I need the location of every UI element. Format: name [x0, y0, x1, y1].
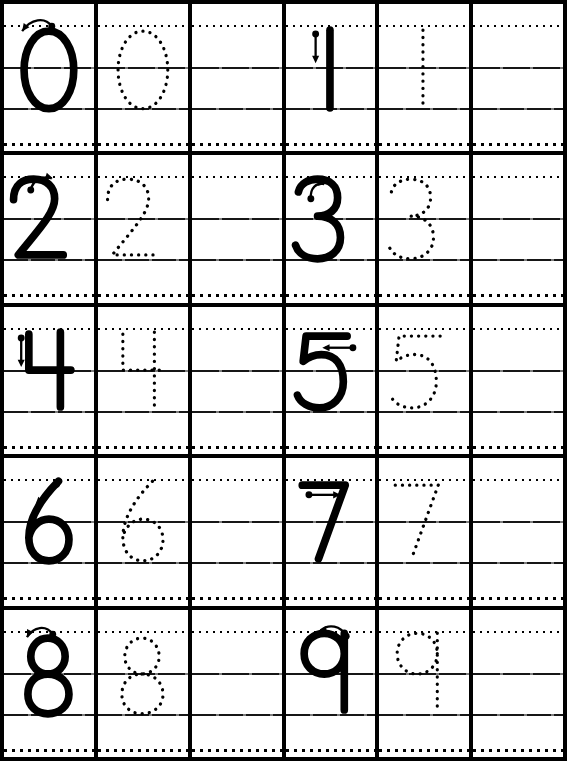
guideline-bottom-dotted	[473, 143, 563, 146]
guideline-baseline-solid	[192, 714, 282, 716]
digit-9-solid-glyph	[286, 610, 376, 757]
guideline-top-dotted	[192, 328, 282, 330]
guideline-midline-solid	[473, 673, 563, 675]
guideline-top-dotted	[192, 176, 282, 178]
cell-digit-7-solid	[284, 456, 378, 607]
guideline-midline-solid	[473, 521, 563, 523]
guideline-baseline-solid	[473, 259, 563, 261]
guideline-bottom-dotted	[192, 749, 282, 752]
digit-3-solid-glyph	[286, 155, 376, 302]
guideline-bottom-dotted	[473, 446, 563, 449]
digit-5-dotted-glyph	[379, 307, 469, 454]
guideline-bottom-dotted	[473, 597, 563, 600]
guideline-midline-solid	[192, 521, 282, 523]
digit-1-dotted-glyph	[379, 4, 469, 151]
cell-blank-practice	[471, 608, 565, 759]
digit-0-dotted-glyph	[98, 4, 188, 151]
cell-blank-practice	[471, 153, 565, 304]
stroke-direction-arrow	[312, 31, 319, 64]
tracing-worksheet-grid	[0, 0, 567, 761]
stroke-start-dot	[27, 187, 34, 194]
cell-blank-practice	[190, 2, 284, 153]
guideline-baseline-solid	[192, 562, 282, 564]
guideline-bottom-dotted	[473, 294, 563, 297]
cell-digit-9-dotted	[377, 608, 471, 759]
guideline-baseline-solid	[473, 411, 563, 413]
guideline-bottom-dotted	[192, 143, 282, 146]
cell-digit-5-dotted	[377, 305, 471, 456]
guideline-midline-solid	[192, 67, 282, 69]
cell-digit-0-solid	[2, 2, 96, 153]
guideline-bottom-dotted	[473, 749, 563, 752]
digit-9-dotted-glyph	[379, 610, 469, 757]
digit-6-dotted-glyph	[98, 458, 188, 605]
cell-digit-6-solid	[2, 456, 96, 607]
guideline-top-dotted	[473, 631, 563, 633]
stroke-direction-arrow	[322, 344, 356, 351]
guideline-midline-solid	[473, 218, 563, 220]
cell-digit-0-dotted	[96, 2, 190, 153]
guideline-baseline-solid	[192, 259, 282, 261]
guideline-midline-solid	[192, 673, 282, 675]
digit-6-solid-glyph	[4, 458, 94, 605]
guideline-top-dotted	[192, 479, 282, 481]
cell-digit-2-solid	[2, 153, 96, 304]
stroke-start-dot	[312, 31, 319, 38]
stroke-start-dot	[349, 344, 356, 351]
cell-digit-3-solid	[284, 153, 378, 304]
cell-digit-7-dotted	[377, 456, 471, 607]
cell-digit-2-dotted	[96, 153, 190, 304]
cell-digit-3-dotted	[377, 153, 471, 304]
cell-blank-practice	[190, 305, 284, 456]
digit-2-solid-glyph	[4, 155, 94, 302]
guideline-top-dotted	[473, 479, 563, 481]
cell-blank-practice	[471, 456, 565, 607]
digit-5-solid-glyph	[286, 307, 376, 454]
cell-digit-4-dotted	[96, 305, 190, 456]
guideline-bottom-dotted	[192, 446, 282, 449]
digit-1-solid-glyph	[286, 4, 376, 151]
guideline-top-dotted	[473, 25, 563, 27]
guideline-midline-solid	[473, 67, 563, 69]
cell-blank-practice	[190, 608, 284, 759]
cell-blank-practice	[471, 305, 565, 456]
cell-blank-practice	[190, 153, 284, 304]
arrowhead	[322, 344, 329, 351]
guideline-baseline-solid	[473, 714, 563, 716]
digit-0-solid-glyph	[4, 4, 94, 151]
digit-8-solid-glyph	[4, 610, 94, 757]
guideline-midline-solid	[192, 218, 282, 220]
guideline-top-dotted	[473, 176, 563, 178]
cell-digit-1-solid	[284, 2, 378, 153]
cell-digit-8-dotted	[96, 608, 190, 759]
guideline-top-dotted	[192, 25, 282, 27]
digit-7-dotted-glyph	[379, 458, 469, 605]
digit-8-dotted-glyph	[98, 610, 188, 757]
stroke-direction-arrow	[18, 334, 25, 367]
stroke-start-dot	[49, 630, 56, 637]
arrowhead	[312, 56, 319, 63]
cell-digit-4-solid	[2, 305, 96, 456]
digit-7-solid-glyph	[286, 458, 376, 605]
cell-blank-practice	[190, 456, 284, 607]
cell-digit-6-dotted	[96, 456, 190, 607]
stroke-direction-arrow	[36, 481, 60, 505]
guideline-top-dotted	[192, 631, 282, 633]
guideline-baseline-solid	[192, 108, 282, 110]
guideline-bottom-dotted	[192, 597, 282, 600]
cell-digit-9-solid	[284, 608, 378, 759]
stroke-start-dot	[18, 334, 25, 341]
guideline-top-dotted	[473, 328, 563, 330]
stroke-start-dot	[307, 196, 314, 203]
cell-blank-practice	[471, 2, 565, 153]
digit-2-dotted-glyph	[98, 155, 188, 302]
guideline-baseline-solid	[473, 562, 563, 564]
guideline-bottom-dotted	[192, 294, 282, 297]
digit-3-dotted-glyph	[379, 155, 469, 302]
stroke-start-dot	[305, 492, 312, 499]
arrowhead	[18, 360, 25, 367]
digit-4-dotted-glyph	[98, 307, 188, 454]
guideline-midline-solid	[192, 370, 282, 372]
stroke-start-dot	[342, 632, 349, 639]
cell-digit-1-dotted	[377, 2, 471, 153]
guideline-midline-solid	[473, 370, 563, 372]
stroke-start-dot	[48, 23, 55, 30]
guideline-baseline-solid	[192, 411, 282, 413]
digit-4-solid-glyph	[4, 307, 94, 454]
guideline-baseline-solid	[473, 108, 563, 110]
stroke-direction-arrow	[305, 491, 340, 498]
cell-digit-8-solid	[2, 608, 96, 759]
stroke-start-dot	[53, 481, 60, 488]
cell-digit-5-solid	[284, 305, 378, 456]
